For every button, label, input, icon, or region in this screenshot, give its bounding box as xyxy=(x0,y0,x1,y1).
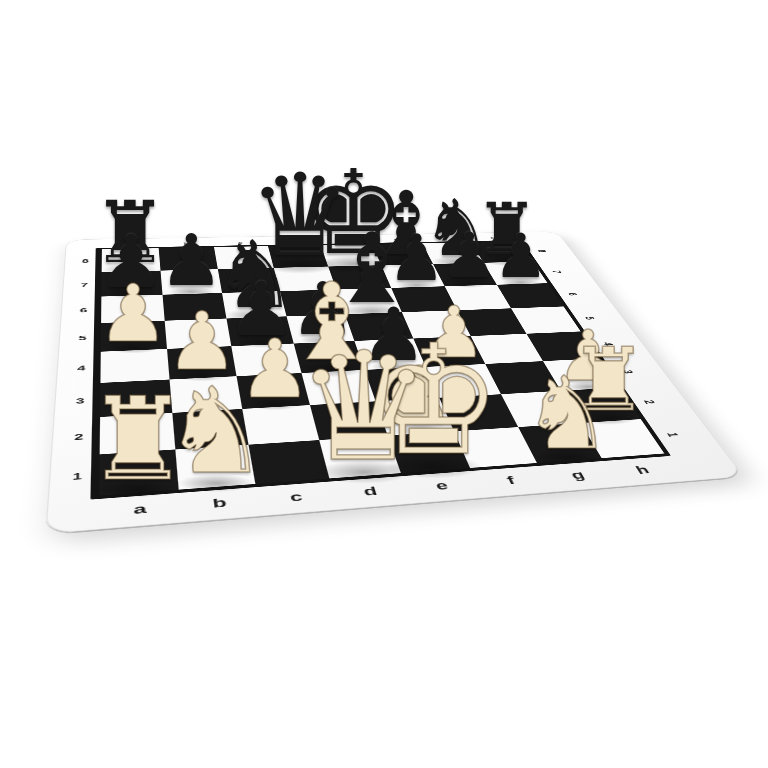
black-pawn-icon: ♟ xyxy=(493,225,548,286)
pieces-layer: ♜♞♝♚♛♜♟♟♟♟♟♝♞♟♟♟♟♟♝♟♟♟♜♟♞♚♛♞♜ xyxy=(0,0,768,768)
white-queen-icon: ♛ xyxy=(296,332,431,482)
chess-photo-scene: 8877665544332211aabbccddeeffgghh ♜♞♝♚♛♜♟… xyxy=(0,0,768,768)
white-knight-icon: ♞ xyxy=(522,364,612,464)
black-pawn-icon: ♟ xyxy=(441,225,497,288)
white-pawn-icon: ♟ xyxy=(97,274,168,353)
white-rook-icon: ♜ xyxy=(86,382,189,497)
